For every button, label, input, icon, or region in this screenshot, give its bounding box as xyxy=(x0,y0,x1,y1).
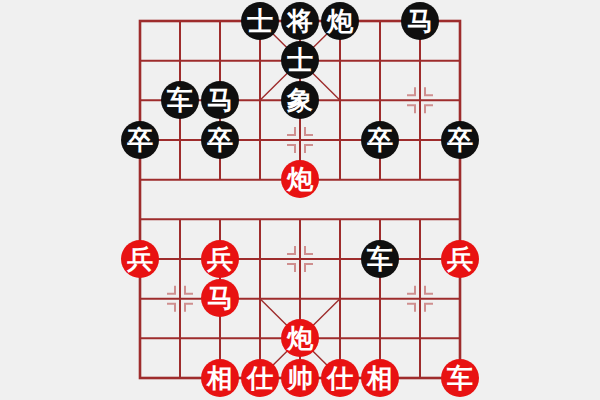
piece-black-cannon[interactable]: 炮 xyxy=(321,2,359,40)
piece-red-cannon[interactable]: 炮 xyxy=(281,319,319,357)
piece-black-elephant[interactable]: 象 xyxy=(281,81,319,119)
piece-black-king[interactable]: 将 xyxy=(281,2,319,40)
xiangqi-board-screen: 士将炮马士车马象卒卒卒卒炮兵兵车兵马炮相仕帅仕相车 xyxy=(0,0,600,400)
piece-black-soldier[interactable]: 卒 xyxy=(201,121,239,159)
piece-red-soldier[interactable]: 兵 xyxy=(121,240,159,278)
piece-red-advisor[interactable]: 仕 xyxy=(321,359,359,397)
piece-red-chariot[interactable]: 车 xyxy=(441,359,479,397)
piece-red-horse[interactable]: 马 xyxy=(201,279,239,317)
piece-red-elephant[interactable]: 相 xyxy=(361,359,399,397)
piece-red-advisor[interactable]: 仕 xyxy=(241,359,279,397)
piece-black-advisor[interactable]: 士 xyxy=(281,41,319,79)
piece-black-soldier[interactable]: 卒 xyxy=(121,121,159,159)
piece-red-cannon[interactable]: 炮 xyxy=(281,160,319,198)
piece-black-soldier[interactable]: 卒 xyxy=(441,121,479,159)
piece-red-elephant[interactable]: 相 xyxy=(201,359,239,397)
pieces-layer[interactable]: 士将炮马士车马象卒卒卒卒炮兵兵车兵马炮相仕帅仕相车 xyxy=(120,1,480,398)
piece-black-soldier[interactable]: 卒 xyxy=(361,121,399,159)
piece-black-advisor[interactable]: 士 xyxy=(241,2,279,40)
piece-black-chariot[interactable]: 车 xyxy=(361,240,399,278)
piece-red-king[interactable]: 帅 xyxy=(281,359,319,397)
piece-black-horse[interactable]: 马 xyxy=(201,81,239,119)
piece-red-soldier[interactable]: 兵 xyxy=(201,240,239,278)
piece-red-soldier[interactable]: 兵 xyxy=(441,240,479,278)
piece-black-horse[interactable]: 马 xyxy=(401,2,439,40)
piece-black-chariot[interactable]: 车 xyxy=(161,81,199,119)
